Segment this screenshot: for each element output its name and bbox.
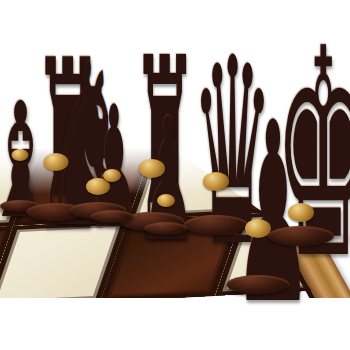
piece-base-disc <box>184 215 249 235</box>
piece-base-disc <box>227 275 290 294</box>
brass-ring <box>103 169 121 182</box>
brass-ring <box>12 149 29 161</box>
brass-ring <box>157 194 175 207</box>
chess-set-photo: Hand-carved dark wooden chess pieces wit… <box>0 0 350 350</box>
pawn-icon: ♟ <box>233 90 283 339</box>
piece-base-disc <box>145 222 188 235</box>
brass-ring <box>139 159 165 178</box>
brass-ring <box>245 219 271 238</box>
brass-ring <box>44 153 69 171</box>
piece-base-disc <box>268 226 334 246</box>
pawn-icon: ♟ <box>141 95 191 265</box>
brass-ring <box>288 203 314 222</box>
piece-base-disc <box>91 210 134 223</box>
brass-ring <box>203 172 229 191</box>
pieces-layer: ♝♜♞♜♛♚♟♟♟ <box>0 0 350 350</box>
